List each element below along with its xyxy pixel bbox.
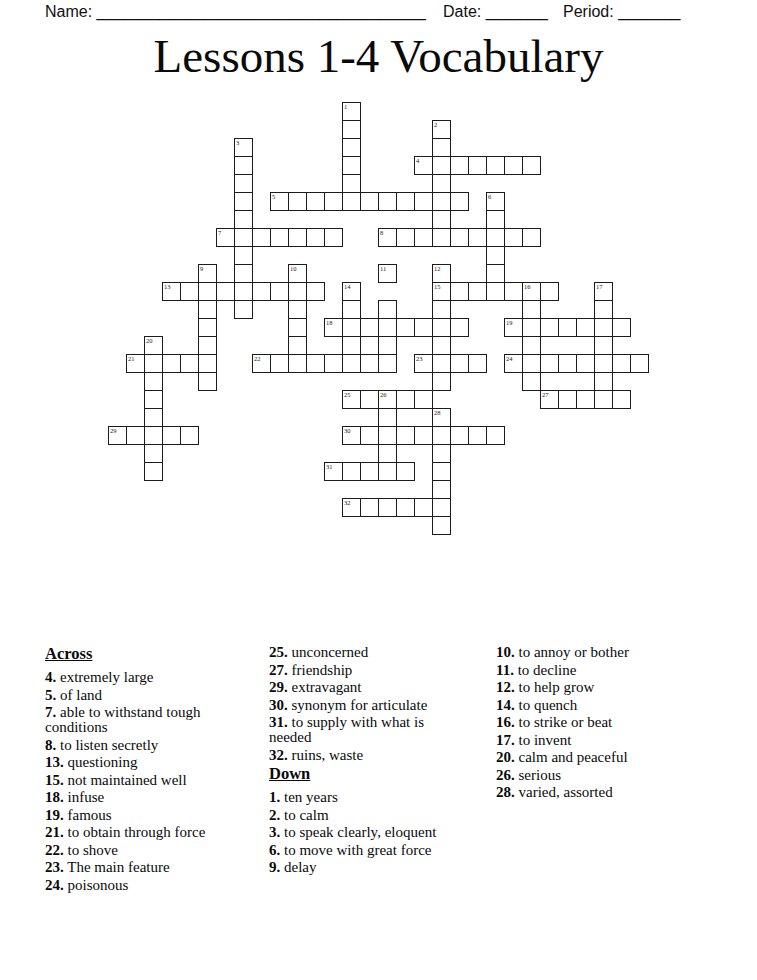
grid-cell[interactable] <box>360 498 379 517</box>
grid-cell[interactable] <box>468 426 487 445</box>
grid-cell[interactable] <box>288 354 307 373</box>
grid-cell[interactable] <box>504 156 523 175</box>
grid-cell[interactable]: 19 <box>504 318 523 337</box>
grid-cell[interactable] <box>324 192 343 211</box>
clue-number: 25. <box>269 644 288 660</box>
grid-cell[interactable] <box>612 318 631 337</box>
cell-number: 23 <box>416 355 423 362</box>
clue-across-15: 15. not maintained well <box>45 773 257 788</box>
grid-cell[interactable] <box>342 138 361 157</box>
grid-cell[interactable] <box>378 354 397 373</box>
grid-cell[interactable]: 26 <box>378 390 397 409</box>
grid-cell[interactable] <box>414 228 433 247</box>
grid-cell[interactable] <box>522 228 541 247</box>
clue-text: serious <box>515 767 561 783</box>
grid-cell[interactable] <box>144 372 163 391</box>
grid-cell[interactable] <box>342 300 361 319</box>
grid-cell[interactable]: 12 <box>432 264 451 283</box>
clue-across-25: 25. unconcerned <box>269 645 477 660</box>
grid-cell[interactable] <box>504 228 523 247</box>
grid-cell[interactable] <box>486 228 505 247</box>
grid-cell[interactable] <box>450 282 469 301</box>
grid-cell[interactable] <box>432 210 451 229</box>
clue-number: 6. <box>269 842 280 858</box>
grid-cell[interactable] <box>288 318 307 337</box>
grid-cell[interactable] <box>414 390 433 409</box>
grid-cell[interactable] <box>378 408 397 427</box>
grid-cell[interactable] <box>342 462 361 481</box>
grid-cell[interactable]: 13 <box>162 282 181 301</box>
clue-number: 11. <box>496 662 514 678</box>
name-blank-line[interactable]: _____________________________________ <box>97 3 426 20</box>
clue-number: 9. <box>269 859 280 875</box>
grid-cell[interactable] <box>270 354 289 373</box>
grid-cell[interactable] <box>198 318 217 337</box>
clue-text: poisonous <box>64 877 129 893</box>
clue-across-30: 30. synonym for articulate <box>269 698 477 713</box>
grid-cell[interactable] <box>180 354 199 373</box>
grid-cell[interactable] <box>234 192 253 211</box>
clue-down-28: 28. varied, assorted <box>496 785 696 800</box>
cell-number: 30 <box>344 427 351 434</box>
grid-cell[interactable] <box>432 372 451 391</box>
grid-cell[interactable] <box>378 444 397 463</box>
grid-cell[interactable] <box>594 390 613 409</box>
grid-cell[interactable]: 23 <box>414 354 433 373</box>
grid-cell[interactable] <box>378 336 397 355</box>
grid-cell[interactable]: 15 <box>432 282 451 301</box>
date-label: Date: <box>443 3 481 20</box>
grid-cell[interactable] <box>558 390 577 409</box>
clue-text: extravagant <box>288 679 362 695</box>
grid-cell[interactable]: 2 <box>432 120 451 139</box>
grid-cell[interactable] <box>378 462 397 481</box>
clue-text: to calm <box>280 807 328 823</box>
grid-cell[interactable] <box>396 462 415 481</box>
clue-across-18: 18. infuse <box>45 790 257 805</box>
grid-cell[interactable] <box>288 282 307 301</box>
grid-cell[interactable] <box>144 354 163 373</box>
cell-number: 1 <box>344 103 347 110</box>
clue-number: 17. <box>496 732 515 748</box>
grid-cell[interactable] <box>612 354 631 373</box>
cell-number: 27 <box>542 391 549 398</box>
grid-cell[interactable]: 25 <box>342 390 361 409</box>
grid-cell[interactable] <box>324 228 343 247</box>
grid-cell[interactable]: 31 <box>324 462 343 481</box>
grid-cell[interactable] <box>522 300 541 319</box>
grid-cell[interactable] <box>378 192 397 211</box>
clue-across-19: 19. famous <box>45 808 257 823</box>
period-blank-line[interactable]: _______ <box>618 3 680 20</box>
grid-cell[interactable] <box>558 318 577 337</box>
clue-across-4: 4. extremely large <box>45 670 257 685</box>
clue-number: 14. <box>496 697 515 713</box>
clue-text: to listen secretly <box>56 737 158 753</box>
date-field: Date: _______ <box>443 3 548 21</box>
grid-cell[interactable] <box>450 318 469 337</box>
clue-across-29: 29. extravagant <box>269 680 477 695</box>
grid-cell[interactable] <box>162 426 181 445</box>
down-clues-header: Down <box>269 765 477 782</box>
cell-number: 22 <box>254 355 261 362</box>
grid-cell[interactable] <box>378 498 397 517</box>
grid-cell[interactable] <box>594 372 613 391</box>
cell-number: 20 <box>146 337 153 344</box>
grid-cell[interactable] <box>198 372 217 391</box>
clue-text: to speak clearly, eloquent <box>280 824 436 840</box>
clue-text: to supply with what is needed <box>269 714 424 745</box>
clue-text: able to withstand tough conditions <box>45 704 200 735</box>
grid-cell[interactable]: 24 <box>504 354 523 373</box>
grid-cell[interactable] <box>432 480 451 499</box>
grid-cell[interactable] <box>432 336 451 355</box>
grid-cell[interactable]: 21 <box>126 354 145 373</box>
grid-cell[interactable] <box>306 282 325 301</box>
cell-number: 24 <box>506 355 513 362</box>
grid-cell[interactable] <box>270 228 289 247</box>
grid-cell[interactable] <box>144 426 163 445</box>
clue-text: friendship <box>288 662 353 678</box>
grid-cell[interactable] <box>288 336 307 355</box>
clue-number: 1. <box>269 789 280 805</box>
grid-cell[interactable] <box>522 354 541 373</box>
clue-across-31: 31. to supply with what is needed <box>269 715 477 745</box>
grid-cell[interactable] <box>540 354 559 373</box>
grid-cell[interactable] <box>432 444 451 463</box>
grid-cell[interactable]: 4 <box>414 156 433 175</box>
grid-cell[interactable] <box>432 156 451 175</box>
grid-cell[interactable] <box>216 282 235 301</box>
clue-number: 7. <box>45 704 56 720</box>
grid-cell[interactable]: 30 <box>342 426 361 445</box>
grid-cell[interactable]: 8 <box>378 228 397 247</box>
grid-cell[interactable] <box>180 282 199 301</box>
grid-cell[interactable]: 17 <box>594 282 613 301</box>
grid-cell[interactable] <box>144 408 163 427</box>
grid-cell[interactable] <box>306 192 325 211</box>
grid-cell[interactable]: 16 <box>522 282 541 301</box>
clue-text: ten years <box>280 789 337 805</box>
grid-cell[interactable] <box>234 300 253 319</box>
grid-cell[interactable]: 29 <box>108 426 127 445</box>
grid-cell[interactable] <box>540 282 559 301</box>
clue-text: to strike or beat <box>515 714 612 730</box>
grid-cell[interactable] <box>234 282 253 301</box>
grid-cell[interactable] <box>576 354 595 373</box>
cell-number: 10 <box>290 265 297 272</box>
cell-number: 32 <box>344 499 351 506</box>
grid-cell[interactable] <box>162 354 181 373</box>
grid-cell[interactable]: 18 <box>324 318 343 337</box>
clue-text: questioning <box>64 754 138 770</box>
clue-text: synonym for articulate <box>288 697 428 713</box>
grid-cell[interactable] <box>234 264 253 283</box>
grid-cell[interactable] <box>594 300 613 319</box>
grid-cell[interactable] <box>612 390 631 409</box>
clue-number: 16. <box>496 714 515 730</box>
grid-cell[interactable] <box>396 228 415 247</box>
clue-down-14: 14. to quench <box>496 698 696 713</box>
cell-number: 11 <box>380 265 386 272</box>
grid-cell[interactable] <box>342 120 361 139</box>
cell-number: 19 <box>506 319 513 326</box>
clue-text: to annoy or bother <box>515 644 629 660</box>
grid-cell[interactable]: 9 <box>198 264 217 283</box>
clue-text: delay <box>280 859 316 875</box>
grid-cell[interactable] <box>324 354 343 373</box>
clue-number: 30. <box>269 697 288 713</box>
clue-down-2: 2. to calm <box>269 808 477 823</box>
cell-number: 29 <box>110 427 117 434</box>
grid-cell[interactable] <box>540 318 559 337</box>
clue-across-27: 27. friendship <box>269 663 477 678</box>
grid-cell[interactable] <box>594 354 613 373</box>
grid-cell[interactable] <box>360 426 379 445</box>
cell-number: 8 <box>380 229 383 236</box>
grid-cell[interactable] <box>486 156 505 175</box>
grid-cell[interactable] <box>306 228 325 247</box>
clue-text: unconcerned <box>288 644 368 660</box>
grid-cell[interactable] <box>198 282 217 301</box>
grid-cell[interactable]: 20 <box>144 336 163 355</box>
clue-number: 15. <box>45 772 64 788</box>
grid-cell[interactable] <box>486 264 505 283</box>
grid-cell[interactable] <box>576 318 595 337</box>
clue-number: 2. <box>269 807 280 823</box>
grid-cell[interactable] <box>396 426 415 445</box>
grid-cell[interactable] <box>414 318 433 337</box>
grid-cell[interactable] <box>288 300 307 319</box>
grid-cell[interactable] <box>468 156 487 175</box>
clue-number: 20. <box>496 749 515 765</box>
clue-across-23: 23. The main feature <box>45 860 257 875</box>
clue-text: of land <box>56 687 102 703</box>
grid-cell[interactable] <box>396 390 415 409</box>
grid-cell[interactable] <box>234 156 253 175</box>
grid-cell[interactable] <box>558 354 577 373</box>
clue-text: to obtain through force <box>64 824 206 840</box>
clue-text: to move with great force <box>280 842 431 858</box>
grid-cell[interactable] <box>450 426 469 445</box>
grid-cell[interactable] <box>432 228 451 247</box>
grid-cell[interactable] <box>342 354 361 373</box>
clue-number: 29. <box>269 679 288 695</box>
grid-cell[interactable] <box>144 390 163 409</box>
grid-cell[interactable]: 14 <box>342 282 361 301</box>
grid-cell[interactable] <box>450 354 469 373</box>
grid-cell[interactable] <box>486 282 505 301</box>
grid-cell[interactable] <box>522 372 541 391</box>
grid-cell[interactable]: 1 <box>342 102 361 121</box>
grid-cell[interactable] <box>432 498 451 517</box>
grid-cell[interactable] <box>468 228 487 247</box>
grid-cell[interactable] <box>432 300 451 319</box>
clue-down-12: 12. to help grow <box>496 680 696 695</box>
grid-cell[interactable] <box>432 138 451 157</box>
grid-cell[interactable] <box>414 498 433 517</box>
grid-cell[interactable] <box>252 282 271 301</box>
clue-across-8: 8. to listen secretly <box>45 738 257 753</box>
clue-text: The main feature <box>64 859 170 875</box>
grid-cell[interactable] <box>432 174 451 193</box>
cell-number: 14 <box>344 283 351 290</box>
grid-cell[interactable]: 6 <box>486 192 505 211</box>
grid-cell[interactable] <box>432 516 451 535</box>
clue-down-3: 3. to speak clearly, eloquent <box>269 825 477 840</box>
clue-number: 12. <box>496 679 515 695</box>
clue-number: 3. <box>269 824 280 840</box>
grid-cell[interactable] <box>342 156 361 175</box>
clue-text: ruins, waste <box>288 747 363 763</box>
grid-cell[interactable] <box>144 444 163 463</box>
grid-cell[interactable]: 3 <box>234 138 253 157</box>
clue-number: 31. <box>269 714 288 730</box>
grid-cell[interactable] <box>252 228 271 247</box>
clue-number: 32. <box>269 747 288 763</box>
cell-number: 4 <box>416 157 419 164</box>
grid-cell[interactable] <box>360 354 379 373</box>
grid-cell[interactable] <box>594 336 613 355</box>
clue-across-22: 22. to shove <box>45 843 257 858</box>
grid-cell[interactable] <box>522 156 541 175</box>
grid-cell[interactable] <box>396 498 415 517</box>
grid-cell[interactable] <box>450 156 469 175</box>
period-label: Period: <box>563 3 614 20</box>
grid-cell[interactable] <box>342 336 361 355</box>
worksheet-page: Name: __________________________________… <box>0 0 757 980</box>
grid-cell[interactable] <box>342 174 361 193</box>
clue-text: varied, assorted <box>515 784 613 800</box>
clue-across-24: 24. poisonous <box>45 878 257 893</box>
grid-cell[interactable] <box>432 354 451 373</box>
clue-number: 28. <box>496 784 515 800</box>
grid-cell[interactable] <box>630 354 649 373</box>
cell-number: 13 <box>164 283 171 290</box>
name-field: Name: __________________________________… <box>45 3 426 21</box>
grid-cell[interactable] <box>270 282 289 301</box>
cell-number: 28 <box>434 409 441 416</box>
cell-number: 9 <box>200 265 203 272</box>
grid-cell[interactable] <box>234 246 253 265</box>
grid-cell[interactable] <box>432 426 451 445</box>
grid-cell[interactable] <box>360 462 379 481</box>
clue-number: 24. <box>45 877 64 893</box>
clue-text: infuse <box>64 789 104 805</box>
clue-down-9: 9. delay <box>269 860 477 875</box>
grid-cell[interactable] <box>198 300 217 319</box>
grid-cell[interactable] <box>486 246 505 265</box>
grid-cell[interactable] <box>432 318 451 337</box>
clue-number: 5. <box>45 687 56 703</box>
clue-number: 22. <box>45 842 64 858</box>
grid-cell[interactable] <box>378 318 397 337</box>
grid-cell[interactable] <box>576 390 595 409</box>
grid-cell[interactable] <box>522 336 541 355</box>
grid-cell[interactable] <box>414 426 433 445</box>
clue-number: 21. <box>45 824 64 840</box>
grid-cell[interactable] <box>306 354 325 373</box>
cell-number: 12 <box>434 265 441 272</box>
cell-number: 6 <box>488 193 491 200</box>
grid-cell[interactable] <box>414 192 433 211</box>
grid-cell[interactable] <box>396 318 415 337</box>
clue-text: famous <box>64 807 112 823</box>
grid-cell[interactable] <box>432 462 451 481</box>
grid-cell[interactable] <box>378 300 397 319</box>
clue-down-6: 6. to move with great force <box>269 843 477 858</box>
grid-cell[interactable] <box>288 192 307 211</box>
grid-cell[interactable] <box>450 192 469 211</box>
grid-cell[interactable]: 5 <box>270 192 289 211</box>
grid-cell[interactable] <box>198 336 217 355</box>
grid-cell[interactable] <box>126 426 145 445</box>
cell-number: 25 <box>344 391 351 398</box>
grid-cell[interactable]: 7 <box>216 228 235 247</box>
clue-number: 10. <box>496 644 515 660</box>
clue-number: 19. <box>45 807 64 823</box>
grid-cell[interactable] <box>378 426 397 445</box>
grid-cell[interactable] <box>450 228 469 247</box>
grid-cell[interactable] <box>468 354 487 373</box>
grid-cell[interactable]: 22 <box>252 354 271 373</box>
grid-cell[interactable] <box>396 192 415 211</box>
date-blank-line[interactable]: _______ <box>486 3 548 20</box>
grid-cell[interactable] <box>342 192 361 211</box>
cell-number: 21 <box>128 355 135 362</box>
clue-across-13: 13. questioning <box>45 755 257 770</box>
clue-across-5: 5. of land <box>45 688 257 703</box>
grid-cell[interactable] <box>234 210 253 229</box>
clue-down-11: 11. to decline <box>496 663 696 678</box>
grid-cell[interactable] <box>486 426 505 445</box>
grid-cell[interactable]: 10 <box>288 264 307 283</box>
grid-cell[interactable] <box>486 210 505 229</box>
grid-cell[interactable] <box>360 390 379 409</box>
grid-cell[interactable] <box>342 318 361 337</box>
grid-cell[interactable]: 28 <box>432 408 451 427</box>
grid-cell[interactable] <box>180 426 199 445</box>
clues-column-2: 25. unconcerned27. friendship29. extrava… <box>269 645 477 878</box>
clues-column-3: 10. to annoy or bother11. to decline12. … <box>496 645 696 803</box>
grid-cell[interactable] <box>594 318 613 337</box>
grid-cell[interactable] <box>522 318 541 337</box>
grid-cell[interactable]: 27 <box>540 390 559 409</box>
grid-cell[interactable] <box>234 228 253 247</box>
cell-number: 3 <box>236 139 239 146</box>
grid-cell[interactable] <box>432 192 451 211</box>
grid-cell[interactable] <box>144 462 163 481</box>
page-title: Lessons 1-4 Vocabulary <box>0 30 757 82</box>
clue-down-20: 20. calm and peaceful <box>496 750 696 765</box>
clue-text: to shove <box>64 842 118 858</box>
grid-cell[interactable] <box>504 282 523 301</box>
grid-cell[interactable] <box>198 354 217 373</box>
grid-cell[interactable] <box>234 174 253 193</box>
crossword-grid: 1234567891011121314151617181920212223242… <box>108 102 649 535</box>
cell-number: 31 <box>326 463 333 470</box>
grid-cell[interactable]: 32 <box>342 498 361 517</box>
clue-text: not maintained well <box>64 772 187 788</box>
clue-down-16: 16. to strike or beat <box>496 715 696 730</box>
grid-cell[interactable] <box>360 192 379 211</box>
grid-cell[interactable] <box>468 282 487 301</box>
grid-cell[interactable] <box>288 228 307 247</box>
period-field: Period: _______ <box>563 3 680 21</box>
clue-text: to help grow <box>515 679 595 695</box>
grid-cell[interactable]: 11 <box>378 264 397 283</box>
grid-cell[interactable] <box>360 318 379 337</box>
